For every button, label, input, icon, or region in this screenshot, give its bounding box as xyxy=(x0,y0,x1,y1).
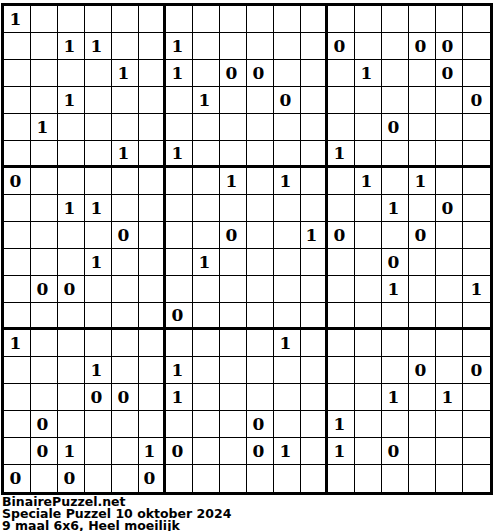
puzzle-footer: BinairePuzzel.net Speciale Puzzel 10 okt… xyxy=(2,496,493,531)
empty-cell-r14-c11[interactable] xyxy=(301,384,328,411)
given-cell-r17-c2: 0 xyxy=(58,465,85,492)
empty-cell-r12-c9[interactable] xyxy=(247,330,274,357)
empty-cell-r4-c15[interactable] xyxy=(409,114,436,141)
empty-cell-r17-c7[interactable] xyxy=(193,465,220,492)
empty-cell-r9-c17[interactable] xyxy=(463,249,490,276)
empty-cell-r3-c13[interactable] xyxy=(355,87,382,114)
empty-cell-r9-c12[interactable] xyxy=(328,249,355,276)
empty-cell-r16-c15[interactable] xyxy=(409,438,436,465)
empty-cell-r3-c8[interactable] xyxy=(220,87,247,114)
given-cell-r16-c6: 0 xyxy=(166,438,193,465)
empty-cell-r10-c5[interactable] xyxy=(139,276,166,303)
empty-cell-r17-c15[interactable] xyxy=(409,465,436,492)
empty-cell-r15-c15[interactable] xyxy=(409,411,436,438)
empty-cell-r8-c0[interactable] xyxy=(4,222,31,249)
empty-cell-r9-c8[interactable] xyxy=(220,249,247,276)
empty-cell-r0-c8[interactable] xyxy=(220,6,247,33)
empty-cell-r12-c8[interactable] xyxy=(220,330,247,357)
binary-puzzle-board: 1111000110010110010111011111110001001100… xyxy=(1,3,493,495)
given-cell-r3-c17: 0 xyxy=(463,87,490,114)
empty-cell-r7-c13[interactable] xyxy=(355,195,382,222)
empty-cell-r6-c5[interactable] xyxy=(139,168,166,195)
empty-cell-r12-c4[interactable] xyxy=(112,330,139,357)
empty-cell-r6-c7[interactable] xyxy=(193,168,220,195)
empty-cell-r9-c13[interactable] xyxy=(355,249,382,276)
empty-cell-r17-c3[interactable] xyxy=(85,465,112,492)
given-cell-r16-c12: 1 xyxy=(328,438,355,465)
empty-cell-r0-c17[interactable] xyxy=(463,6,490,33)
empty-cell-r7-c1[interactable] xyxy=(31,195,58,222)
empty-cell-r4-c11[interactable] xyxy=(301,114,328,141)
empty-cell-r13-c9[interactable] xyxy=(247,357,274,384)
empty-cell-r8-c14[interactable] xyxy=(382,222,409,249)
given-cell-r9-c14: 0 xyxy=(382,249,409,276)
empty-cell-r5-c15[interactable] xyxy=(409,141,436,168)
empty-cell-r2-c15[interactable] xyxy=(409,60,436,87)
empty-cell-r0-c10[interactable] xyxy=(274,6,301,33)
empty-cell-r9-c0[interactable] xyxy=(4,249,31,276)
empty-cell-r14-c5[interactable] xyxy=(139,384,166,411)
empty-cell-r1-c0[interactable] xyxy=(4,33,31,60)
given-cell-r14-c14: 1 xyxy=(382,384,409,411)
empty-cell-r2-c7[interactable] xyxy=(193,60,220,87)
empty-cell-r2-c0[interactable] xyxy=(4,60,31,87)
empty-cell-r0-c7[interactable] xyxy=(193,6,220,33)
empty-cell-r11-c1[interactable] xyxy=(31,303,58,330)
empty-cell-r11-c14[interactable] xyxy=(382,303,409,330)
empty-cell-r0-c11[interactable] xyxy=(301,6,328,33)
empty-cell-r10-c4[interactable] xyxy=(112,276,139,303)
empty-cell-r5-c10[interactable] xyxy=(274,141,301,168)
empty-cell-r15-c6[interactable] xyxy=(166,411,193,438)
empty-cell-r11-c3[interactable] xyxy=(85,303,112,330)
empty-cell-r3-c5[interactable] xyxy=(139,87,166,114)
empty-cell-r3-c12[interactable] xyxy=(328,87,355,114)
empty-cell-r12-c3[interactable] xyxy=(85,330,112,357)
empty-cell-r15-c10[interactable] xyxy=(274,411,301,438)
given-cell-r13-c15: 0 xyxy=(409,357,436,384)
empty-cell-r10-c13[interactable] xyxy=(355,276,382,303)
empty-cell-r10-c10[interactable] xyxy=(274,276,301,303)
empty-cell-r1-c7[interactable] xyxy=(193,33,220,60)
empty-cell-r8-c17[interactable] xyxy=(463,222,490,249)
given-cell-r5-c4: 1 xyxy=(112,141,139,168)
given-cell-r2-c6: 1 xyxy=(166,60,193,87)
empty-cell-r7-c6[interactable] xyxy=(166,195,193,222)
empty-cell-r15-c14[interactable] xyxy=(382,411,409,438)
empty-cell-r7-c17[interactable] xyxy=(463,195,490,222)
empty-cell-r11-c13[interactable] xyxy=(355,303,382,330)
empty-cell-r6-c16[interactable] xyxy=(436,168,463,195)
empty-cell-r13-c11[interactable] xyxy=(301,357,328,384)
empty-cell-r0-c14[interactable] xyxy=(382,6,409,33)
empty-cell-r6-c9[interactable] xyxy=(247,168,274,195)
given-cell-r1-c3: 1 xyxy=(85,33,112,60)
empty-cell-r16-c8[interactable] xyxy=(220,438,247,465)
empty-cell-r6-c6[interactable] xyxy=(166,168,193,195)
empty-cell-r0-c6[interactable] xyxy=(166,6,193,33)
empty-cell-r15-c2[interactable] xyxy=(58,411,85,438)
empty-cell-r12-c1[interactable] xyxy=(31,330,58,357)
empty-cell-r15-c17[interactable] xyxy=(463,411,490,438)
empty-cell-r4-c7[interactable] xyxy=(193,114,220,141)
empty-cell-r4-c3[interactable] xyxy=(85,114,112,141)
empty-cell-r7-c12[interactable] xyxy=(328,195,355,222)
given-cell-r5-c12: 1 xyxy=(328,141,355,168)
given-cell-r8-c11: 1 xyxy=(301,222,328,249)
empty-cell-r2-c3[interactable] xyxy=(85,60,112,87)
empty-cell-r0-c16[interactable] xyxy=(436,6,463,33)
given-cell-r3-c2: 1 xyxy=(58,87,85,114)
empty-cell-r6-c2[interactable] xyxy=(58,168,85,195)
empty-cell-r3-c3[interactable] xyxy=(85,87,112,114)
empty-cell-r14-c0[interactable] xyxy=(4,384,31,411)
given-cell-r6-c13: 1 xyxy=(355,168,382,195)
empty-cell-r13-c12[interactable] xyxy=(328,357,355,384)
empty-cell-r13-c13[interactable] xyxy=(355,357,382,384)
empty-cell-r10-c15[interactable] xyxy=(409,276,436,303)
empty-cell-r3-c6[interactable] xyxy=(166,87,193,114)
given-cell-r15-c9: 0 xyxy=(247,411,274,438)
empty-cell-r13-c4[interactable] xyxy=(112,357,139,384)
given-cell-r6-c0: 0 xyxy=(4,168,31,195)
empty-cell-r13-c10[interactable] xyxy=(274,357,301,384)
given-cell-r16-c9: 0 xyxy=(247,438,274,465)
empty-cell-r3-c4[interactable] xyxy=(112,87,139,114)
empty-cell-r7-c10[interactable] xyxy=(274,195,301,222)
empty-cell-r12-c13[interactable] xyxy=(355,330,382,357)
empty-cell-r3-c14[interactable] xyxy=(382,87,409,114)
empty-cell-r7-c7[interactable] xyxy=(193,195,220,222)
empty-cell-r12-c11[interactable] xyxy=(301,330,328,357)
empty-cell-r5-c2[interactable] xyxy=(58,141,85,168)
empty-cell-r14-c8[interactable] xyxy=(220,384,247,411)
empty-cell-r8-c2[interactable] xyxy=(58,222,85,249)
empty-cell-r5-c17[interactable] xyxy=(463,141,490,168)
empty-cell-r14-c7[interactable] xyxy=(193,384,220,411)
empty-cell-r8-c1[interactable] xyxy=(31,222,58,249)
empty-cell-r12-c6[interactable] xyxy=(166,330,193,357)
empty-cell-r8-c6[interactable] xyxy=(166,222,193,249)
given-cell-r16-c10: 1 xyxy=(274,438,301,465)
empty-cell-r10-c7[interactable] xyxy=(193,276,220,303)
empty-cell-r10-c12[interactable] xyxy=(328,276,355,303)
empty-cell-r9-c2[interactable] xyxy=(58,249,85,276)
empty-cell-r17-c9[interactable] xyxy=(247,465,274,492)
empty-cell-r10-c3[interactable] xyxy=(85,276,112,303)
empty-cell-r1-c9[interactable] xyxy=(247,33,274,60)
empty-cell-r0-c3[interactable] xyxy=(85,6,112,33)
empty-cell-r12-c14[interactable] xyxy=(382,330,409,357)
empty-cell-r8-c5[interactable] xyxy=(139,222,166,249)
given-cell-r1-c16: 0 xyxy=(436,33,463,60)
empty-cell-r11-c0[interactable] xyxy=(4,303,31,330)
empty-cell-r17-c14[interactable] xyxy=(382,465,409,492)
empty-cell-r0-c5[interactable] xyxy=(139,6,166,33)
empty-cell-r9-c16[interactable] xyxy=(436,249,463,276)
empty-cell-r2-c12[interactable] xyxy=(328,60,355,87)
empty-cell-r12-c7[interactable] xyxy=(193,330,220,357)
empty-cell-r1-c4[interactable] xyxy=(112,33,139,60)
empty-cell-r13-c8[interactable] xyxy=(220,357,247,384)
empty-cell-r4-c16[interactable] xyxy=(436,114,463,141)
empty-cell-r11-c7[interactable] xyxy=(193,303,220,330)
empty-cell-r5-c16[interactable] xyxy=(436,141,463,168)
empty-cell-r15-c5[interactable] xyxy=(139,411,166,438)
empty-cell-r5-c13[interactable] xyxy=(355,141,382,168)
empty-cell-r15-c4[interactable] xyxy=(112,411,139,438)
given-cell-r10-c1: 0 xyxy=(31,276,58,303)
empty-cell-r13-c16[interactable] xyxy=(436,357,463,384)
empty-cell-r0-c2[interactable] xyxy=(58,6,85,33)
empty-cell-r10-c16[interactable] xyxy=(436,276,463,303)
given-cell-r17-c5: 0 xyxy=(139,465,166,492)
given-cell-r8-c4: 0 xyxy=(112,222,139,249)
empty-cell-r6-c11[interactable] xyxy=(301,168,328,195)
empty-cell-r17-c1[interactable] xyxy=(31,465,58,492)
empty-cell-r11-c11[interactable] xyxy=(301,303,328,330)
empty-cell-r8-c9[interactable] xyxy=(247,222,274,249)
empty-cell-r11-c15[interactable] xyxy=(409,303,436,330)
empty-cell-r5-c9[interactable] xyxy=(247,141,274,168)
empty-cell-r10-c11[interactable] xyxy=(301,276,328,303)
empty-cell-r16-c0[interactable] xyxy=(4,438,31,465)
empty-cell-r15-c11[interactable] xyxy=(301,411,328,438)
empty-cell-r12-c2[interactable] xyxy=(58,330,85,357)
empty-cell-r11-c8[interactable] xyxy=(220,303,247,330)
empty-cell-r9-c6[interactable] xyxy=(166,249,193,276)
empty-cell-r1-c5[interactable] xyxy=(139,33,166,60)
empty-cell-r11-c5[interactable] xyxy=(139,303,166,330)
empty-cell-r15-c8[interactable] xyxy=(220,411,247,438)
empty-cell-r17-c8[interactable] xyxy=(220,465,247,492)
empty-cell-r10-c9[interactable] xyxy=(247,276,274,303)
empty-cell-r2-c1[interactable] xyxy=(31,60,58,87)
empty-cell-r9-c5[interactable] xyxy=(139,249,166,276)
given-cell-r3-c7: 1 xyxy=(193,87,220,114)
empty-cell-r5-c5[interactable] xyxy=(139,141,166,168)
empty-cell-r7-c5[interactable] xyxy=(139,195,166,222)
empty-cell-r3-c11[interactable] xyxy=(301,87,328,114)
empty-cell-r9-c1[interactable] xyxy=(31,249,58,276)
empty-cell-r8-c16[interactable] xyxy=(436,222,463,249)
empty-cell-r6-c17[interactable] xyxy=(463,168,490,195)
given-cell-r2-c16: 0 xyxy=(436,60,463,87)
empty-cell-r3-c16[interactable] xyxy=(436,87,463,114)
empty-cell-r7-c15[interactable] xyxy=(409,195,436,222)
given-cell-r8-c8: 0 xyxy=(220,222,247,249)
empty-cell-r11-c2[interactable] xyxy=(58,303,85,330)
empty-cell-r7-c9[interactable] xyxy=(247,195,274,222)
given-cell-r1-c6: 1 xyxy=(166,33,193,60)
empty-cell-r8-c7[interactable] xyxy=(193,222,220,249)
empty-cell-r7-c11[interactable] xyxy=(301,195,328,222)
empty-cell-r15-c3[interactable] xyxy=(85,411,112,438)
empty-cell-r17-c6[interactable] xyxy=(166,465,193,492)
empty-cell-r11-c9[interactable] xyxy=(247,303,274,330)
empty-cell-r7-c4[interactable] xyxy=(112,195,139,222)
empty-cell-r6-c14[interactable] xyxy=(382,168,409,195)
empty-cell-r4-c8[interactable] xyxy=(220,114,247,141)
empty-cell-r11-c17[interactable] xyxy=(463,303,490,330)
empty-cell-r14-c13[interactable] xyxy=(355,384,382,411)
puzzle-difficulty: 9 maal 6x6, Heel moeilijk xyxy=(2,520,493,531)
given-cell-r14-c3: 0 xyxy=(85,384,112,411)
given-cell-r2-c4: 1 xyxy=(112,60,139,87)
given-cell-r17-c0: 0 xyxy=(4,465,31,492)
empty-cell-r5-c7[interactable] xyxy=(193,141,220,168)
empty-cell-r16-c13[interactable] xyxy=(355,438,382,465)
given-cell-r7-c2: 1 xyxy=(58,195,85,222)
empty-cell-r16-c16[interactable] xyxy=(436,438,463,465)
empty-cell-r5-c3[interactable] xyxy=(85,141,112,168)
empty-cell-r16-c11[interactable] xyxy=(301,438,328,465)
empty-cell-r1-c17[interactable] xyxy=(463,33,490,60)
empty-cell-r11-c12[interactable] xyxy=(328,303,355,330)
empty-cell-r13-c1[interactable] xyxy=(31,357,58,384)
empty-cell-r10-c0[interactable] xyxy=(4,276,31,303)
empty-cell-r6-c4[interactable] xyxy=(112,168,139,195)
empty-cell-r4-c5[interactable] xyxy=(139,114,166,141)
empty-cell-r14-c15[interactable] xyxy=(409,384,436,411)
empty-cell-r11-c10[interactable] xyxy=(274,303,301,330)
empty-cell-r8-c10[interactable] xyxy=(274,222,301,249)
empty-cell-r6-c12[interactable] xyxy=(328,168,355,195)
empty-cell-r3-c1[interactable] xyxy=(31,87,58,114)
empty-cell-r15-c13[interactable] xyxy=(355,411,382,438)
empty-cell-r2-c2[interactable] xyxy=(58,60,85,87)
empty-cell-r13-c2[interactable] xyxy=(58,357,85,384)
empty-cell-r9-c10[interactable] xyxy=(274,249,301,276)
empty-cell-r4-c9[interactable] xyxy=(247,114,274,141)
empty-cell-r11-c4[interactable] xyxy=(112,303,139,330)
empty-cell-r4-c0[interactable] xyxy=(4,114,31,141)
empty-cell-r5-c14[interactable] xyxy=(382,141,409,168)
empty-cell-r4-c13[interactable] xyxy=(355,114,382,141)
empty-cell-r10-c6[interactable] xyxy=(166,276,193,303)
empty-cell-r0-c1[interactable] xyxy=(31,6,58,33)
empty-cell-r14-c9[interactable] xyxy=(247,384,274,411)
empty-cell-r13-c5[interactable] xyxy=(139,357,166,384)
empty-cell-r1-c1[interactable] xyxy=(31,33,58,60)
empty-cell-r2-c17[interactable] xyxy=(463,60,490,87)
empty-cell-r0-c13[interactable] xyxy=(355,6,382,33)
empty-cell-r6-c3[interactable] xyxy=(85,168,112,195)
empty-cell-r14-c2[interactable] xyxy=(58,384,85,411)
given-cell-r11-c6: 0 xyxy=(166,303,193,330)
empty-cell-r17-c16[interactable] xyxy=(436,465,463,492)
empty-cell-r12-c5[interactable] xyxy=(139,330,166,357)
empty-cell-r14-c10[interactable] xyxy=(274,384,301,411)
empty-cell-r9-c4[interactable] xyxy=(112,249,139,276)
empty-cell-r16-c3[interactable] xyxy=(85,438,112,465)
empty-cell-r15-c16[interactable] xyxy=(436,411,463,438)
empty-cell-r2-c5[interactable] xyxy=(139,60,166,87)
given-cell-r7-c16: 0 xyxy=(436,195,463,222)
empty-cell-r9-c15[interactable] xyxy=(409,249,436,276)
empty-cell-r3-c0[interactable] xyxy=(4,87,31,114)
empty-cell-r17-c4[interactable] xyxy=(112,465,139,492)
empty-cell-r15-c0[interactable] xyxy=(4,411,31,438)
empty-cell-r1-c10[interactable] xyxy=(274,33,301,60)
given-cell-r1-c12: 0 xyxy=(328,33,355,60)
empty-cell-r5-c8[interactable] xyxy=(220,141,247,168)
empty-cell-r9-c9[interactable] xyxy=(247,249,274,276)
empty-cell-r8-c3[interactable] xyxy=(85,222,112,249)
empty-cell-r4-c6[interactable] xyxy=(166,114,193,141)
empty-cell-r15-c7[interactable] xyxy=(193,411,220,438)
empty-cell-r0-c15[interactable] xyxy=(409,6,436,33)
empty-cell-r6-c1[interactable] xyxy=(31,168,58,195)
given-cell-r6-c8: 1 xyxy=(220,168,247,195)
empty-cell-r1-c11[interactable] xyxy=(301,33,328,60)
empty-cell-r8-c13[interactable] xyxy=(355,222,382,249)
empty-cell-r4-c17[interactable] xyxy=(463,114,490,141)
empty-cell-r10-c8[interactable] xyxy=(220,276,247,303)
empty-cell-r1-c13[interactable] xyxy=(355,33,382,60)
empty-cell-r5-c0[interactable] xyxy=(4,141,31,168)
empty-cell-r0-c4[interactable] xyxy=(112,6,139,33)
empty-cell-r17-c11[interactable] xyxy=(301,465,328,492)
empty-cell-r13-c7[interactable] xyxy=(193,357,220,384)
empty-cell-r12-c17[interactable] xyxy=(463,330,490,357)
empty-cell-r4-c4[interactable] xyxy=(112,114,139,141)
empty-cell-r2-c14[interactable] xyxy=(382,60,409,87)
given-cell-r13-c6: 1 xyxy=(166,357,193,384)
empty-cell-r17-c10[interactable] xyxy=(274,465,301,492)
empty-cell-r4-c12[interactable] xyxy=(328,114,355,141)
given-cell-r13-c17: 0 xyxy=(463,357,490,384)
empty-cell-r3-c9[interactable] xyxy=(247,87,274,114)
empty-cell-r14-c17[interactable] xyxy=(463,384,490,411)
empty-cell-r1-c8[interactable] xyxy=(220,33,247,60)
empty-cell-r5-c11[interactable] xyxy=(301,141,328,168)
given-cell-r10-c17: 1 xyxy=(463,276,490,303)
empty-cell-r1-c14[interactable] xyxy=(382,33,409,60)
empty-cell-r2-c11[interactable] xyxy=(301,60,328,87)
empty-cell-r11-c16[interactable] xyxy=(436,303,463,330)
given-cell-r2-c8: 0 xyxy=(220,60,247,87)
empty-cell-r16-c17[interactable] xyxy=(463,438,490,465)
empty-cell-r12-c12[interactable] xyxy=(328,330,355,357)
empty-cell-r16-c7[interactable] xyxy=(193,438,220,465)
empty-cell-r14-c12[interactable] xyxy=(328,384,355,411)
empty-cell-r14-c1[interactable] xyxy=(31,384,58,411)
given-cell-r1-c15: 0 xyxy=(409,33,436,60)
empty-cell-r3-c15[interactable] xyxy=(409,87,436,114)
empty-cell-r4-c10[interactable] xyxy=(274,114,301,141)
empty-cell-r16-c4[interactable] xyxy=(112,438,139,465)
empty-cell-r0-c12[interactable] xyxy=(328,6,355,33)
empty-cell-r5-c1[interactable] xyxy=(31,141,58,168)
empty-cell-r17-c17[interactable] xyxy=(463,465,490,492)
given-cell-r3-c10: 0 xyxy=(274,87,301,114)
empty-cell-r7-c8[interactable] xyxy=(220,195,247,222)
empty-cell-r0-c9[interactable] xyxy=(247,6,274,33)
empty-cell-r4-c2[interactable] xyxy=(58,114,85,141)
given-cell-r8-c12: 0 xyxy=(328,222,355,249)
empty-cell-r13-c14[interactable] xyxy=(382,357,409,384)
empty-cell-r12-c16[interactable] xyxy=(436,330,463,357)
given-cell-r12-c10: 1 xyxy=(274,330,301,357)
empty-cell-r7-c0[interactable] xyxy=(4,195,31,222)
empty-cell-r17-c13[interactable] xyxy=(355,465,382,492)
empty-cell-r17-c12[interactable] xyxy=(328,465,355,492)
empty-cell-r2-c10[interactable] xyxy=(274,60,301,87)
empty-cell-r13-c0[interactable] xyxy=(4,357,31,384)
empty-cell-r12-c15[interactable] xyxy=(409,330,436,357)
empty-cell-r9-c11[interactable] xyxy=(301,249,328,276)
